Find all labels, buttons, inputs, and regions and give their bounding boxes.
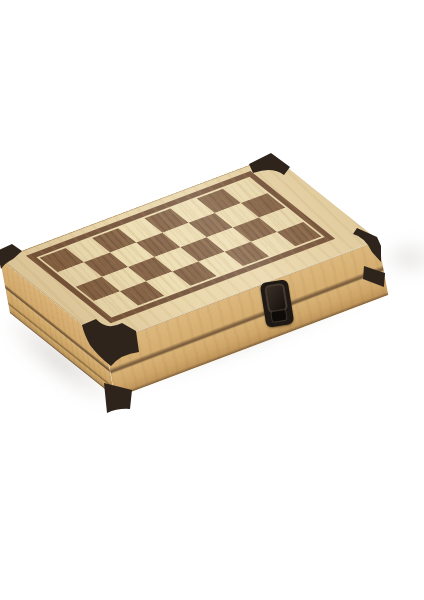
- product-photo: [0, 0, 424, 600]
- latch-hook: [270, 309, 288, 323]
- box-shadow-right: [380, 238, 424, 278]
